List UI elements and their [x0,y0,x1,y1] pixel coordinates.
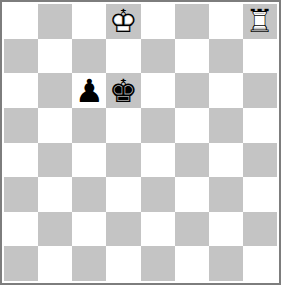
square-c4[interactable] [72,143,106,178]
square-d2[interactable] [106,212,140,247]
square-g5[interactable] [209,108,243,143]
square-d1[interactable] [106,246,140,281]
square-f3[interactable] [175,177,209,212]
square-e1[interactable] [141,246,175,281]
square-g6[interactable] [209,73,243,108]
board-frame: ♚♔♜♖♟♚ [0,0,281,285]
square-c7[interactable] [72,39,106,74]
square-b4[interactable] [38,143,72,178]
black-king-d6[interactable]: ♚ [106,73,140,108]
square-c8[interactable] [72,4,106,39]
square-e5[interactable] [141,108,175,143]
square-a5[interactable] [4,108,38,143]
square-c6[interactable]: ♟ [72,73,106,108]
square-d5[interactable] [106,108,140,143]
king-glyph-outline: ♔ [106,4,140,39]
square-e4[interactable] [141,143,175,178]
square-b2[interactable] [38,212,72,247]
square-b7[interactable] [38,39,72,74]
square-h4[interactable] [243,143,277,178]
square-a7[interactable] [4,39,38,74]
square-h5[interactable] [243,108,277,143]
square-e3[interactable] [141,177,175,212]
square-b6[interactable] [38,73,72,108]
square-a8[interactable] [4,4,38,39]
square-d4[interactable] [106,143,140,178]
square-h6[interactable] [243,73,277,108]
square-f5[interactable] [175,108,209,143]
square-f8[interactable] [175,4,209,39]
square-h3[interactable] [243,177,277,212]
square-a6[interactable] [4,73,38,108]
square-g4[interactable] [209,143,243,178]
square-g7[interactable] [209,39,243,74]
square-g8[interactable] [209,4,243,39]
square-a3[interactable] [4,177,38,212]
square-d6[interactable]: ♚ [106,73,140,108]
square-f4[interactable] [175,143,209,178]
square-c5[interactable] [72,108,106,143]
square-g1[interactable] [209,246,243,281]
square-a1[interactable] [4,246,38,281]
square-h1[interactable] [243,246,277,281]
chess-board: ♚♔♜♖♟♚ [4,4,277,281]
square-e6[interactable] [141,73,175,108]
square-h8[interactable]: ♜♖ [243,4,277,39]
square-d3[interactable] [106,177,140,212]
white-rook-h8[interactable]: ♜♖ [243,4,277,39]
square-f7[interactable] [175,39,209,74]
square-f1[interactable] [175,246,209,281]
black-pawn-c6[interactable]: ♟ [72,73,106,108]
rook-glyph-outline: ♖ [243,4,277,39]
square-b3[interactable] [38,177,72,212]
square-a2[interactable] [4,212,38,247]
square-h2[interactable] [243,212,277,247]
square-d8[interactable]: ♚♔ [106,4,140,39]
square-b5[interactable] [38,108,72,143]
square-c1[interactable] [72,246,106,281]
pawn-glyph-fill: ♟ [72,73,106,108]
square-b1[interactable] [38,246,72,281]
square-f6[interactable] [175,73,209,108]
square-d7[interactable] [106,39,140,74]
square-b8[interactable] [38,4,72,39]
square-f2[interactable] [175,212,209,247]
square-e2[interactable] [141,212,175,247]
square-e8[interactable] [141,4,175,39]
square-c3[interactable] [72,177,106,212]
white-king-d8[interactable]: ♚♔ [106,4,140,39]
chess-diagram: ♚♔♜♖♟♚ [0,0,281,285]
square-c2[interactable] [72,212,106,247]
square-e7[interactable] [141,39,175,74]
square-h7[interactable] [243,39,277,74]
king-glyph-fill: ♚ [106,73,140,108]
square-g3[interactable] [209,177,243,212]
square-a4[interactable] [4,143,38,178]
square-g2[interactable] [209,212,243,247]
